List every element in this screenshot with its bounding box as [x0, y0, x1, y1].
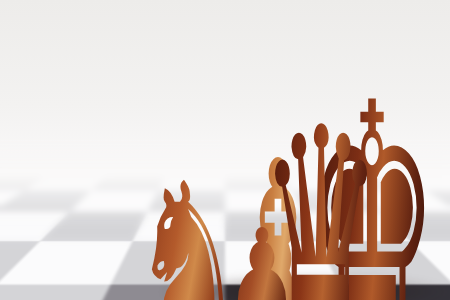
chess-photo-scene: ♝ ♚ ♛ ♞ ♟	[0, 0, 450, 300]
board-cell	[0, 285, 111, 300]
black-pawn-piece: ♟	[226, 215, 298, 300]
